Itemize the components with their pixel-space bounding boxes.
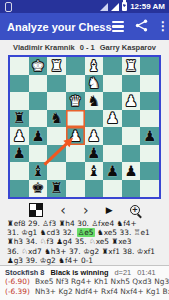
engine-eval-2: (-6.39) — [5, 287, 30, 296]
prev-move-icon[interactable]: ‹ — [60, 204, 66, 216]
square-c2[interactable] — [103, 75, 122, 93]
app-title: Analyze your Chess — [7, 21, 112, 33]
moves-list-icon[interactable] — [112, 21, 124, 32]
square-a2[interactable] — [140, 75, 159, 93]
engine-name: Stockfish 8 — [5, 268, 44, 277]
move-line-3: ♜h334.♘f3♟g435.♘xe5♜xe3 — [7, 237, 169, 246]
move-line-2: 31.♔g1♞cd332.♙e5♞xe533.♖e1 — [7, 228, 169, 237]
black-pawn: ♟ — [13, 146, 26, 161]
game-result: 0 - 1 — [80, 43, 95, 52]
move-token[interactable]: 32. — [62, 228, 74, 237]
square-d3[interactable]: ♞ — [85, 92, 104, 110]
move-token[interactable]: ♔g2 — [83, 247, 99, 256]
move-token[interactable]: 30. — [77, 219, 89, 228]
square-f2[interactable] — [47, 75, 66, 93]
square-f1[interactable]: ♜ — [47, 57, 66, 75]
square-f7[interactable] — [47, 162, 66, 180]
engine-eval-1: (-6.90) — [5, 277, 30, 286]
move-token[interactable]: ♞f4+ — [117, 219, 137, 228]
white-pawn: ♟ — [69, 129, 82, 144]
square-g8[interactable]: ♚ — [29, 180, 48, 198]
square-f3[interactable] — [47, 92, 66, 110]
move-token[interactable]: 38. — [123, 247, 135, 256]
black-rook: ♜ — [13, 111, 26, 126]
board-nav-bar: ‹ › ▶ + — [0, 201, 169, 219]
square-c8[interactable] — [103, 180, 122, 198]
white-pawn: ♟ — [13, 129, 26, 144]
square-h6[interactable]: ♟ — [10, 145, 29, 163]
square-a6[interactable] — [140, 145, 159, 163]
overflow-menu-icon[interactable]: ⋮ — [157, 21, 163, 32]
square-f5[interactable] — [47, 127, 66, 145]
square-c5[interactable] — [103, 127, 122, 145]
square-e7[interactable] — [66, 162, 85, 180]
move-token[interactable]: ♘xe5 — [89, 237, 109, 246]
chess-board-frame: ♚♜♝♜♞♛♞♟♜♞♟♟♟♟♟♟♟♟♝♝♟♟♚♜ — [8, 55, 161, 199]
black-pawn: ♟ — [31, 129, 44, 144]
black-pawn: ♟ — [125, 164, 138, 179]
black-pawn: ♟ — [106, 164, 119, 179]
square-d1[interactable]: ♝ — [85, 57, 104, 75]
engine-status-line: Stockfish 8 Black is winning d=21 01:41 — [5, 268, 169, 277]
black-bishop: ♝ — [87, 164, 100, 179]
move-token[interactable]: ♟g4 — [56, 237, 72, 246]
square-g6[interactable] — [29, 145, 48, 163]
zoom-analyze-icon[interactable]: + — [130, 205, 140, 215]
signal-icon — [111, 3, 119, 11]
square-b3[interactable]: ♟ — [122, 92, 141, 110]
square-a7[interactable] — [140, 162, 159, 180]
square-b5[interactable] — [122, 127, 141, 145]
square-a5[interactable]: ♟ — [140, 127, 159, 145]
square-c4[interactable]: ♟ — [103, 110, 122, 128]
square-h4[interactable]: ♜ — [10, 110, 29, 128]
status-bar: 12:59 AM — [0, 0, 169, 13]
notification-icon — [5, 2, 12, 12]
move-token[interactable]: ♖e1 — [134, 228, 150, 237]
move-token[interactable]: ♜h3 — [7, 237, 23, 246]
move-token[interactable]: ♟g3 — [7, 256, 23, 265]
move-token[interactable]: ♞cd3 — [40, 228, 60, 237]
square-c7[interactable]: ♟ — [103, 162, 122, 180]
square-e4[interactable] — [66, 110, 85, 128]
chess-board[interactable]: ♚♜♝♜♞♛♞♟♜♞♟♟♟♟♟♟♟♟♝♝♟♟♚♜ — [10, 57, 159, 197]
move-token[interactable]: 34. — [26, 237, 38, 246]
black-knight: ♞ — [87, 94, 100, 109]
move-token[interactable]: ♔xf1 — [137, 247, 155, 256]
move-list: ♜ef829.♙f3♜h430.♙fxe4♞f4+31.♔g1♞cd332.♙e… — [0, 219, 169, 265]
square-h3[interactable] — [10, 92, 29, 110]
engine-time: 01:41 — [137, 268, 156, 277]
wifi-icon — [100, 3, 108, 11]
square-e5[interactable]: ♟ — [66, 127, 85, 145]
move-token[interactable]: ♜xf1 — [102, 247, 120, 256]
engine-verdict: Black is winning — [51, 268, 109, 277]
square-b2[interactable] — [122, 75, 141, 93]
square-g3[interactable] — [29, 92, 48, 110]
square-d6[interactable]: ♟ — [85, 145, 104, 163]
move-token[interactable]: 37. — [69, 247, 81, 256]
share-icon[interactable] — [135, 18, 148, 36]
black-king: ♚ — [31, 181, 44, 196]
white-pawn: ♟ — [125, 94, 138, 109]
square-b8[interactable] — [122, 180, 141, 198]
square-a1[interactable] — [140, 57, 159, 75]
black-bishop: ♝ — [31, 164, 44, 179]
engine-pv-2: Nh3+ Kg2 Ndf4+ Rxf4 Nxf4+ Kg1 Bxe5 Nf3 — [35, 287, 169, 296]
square-g5[interactable]: ♟ — [29, 127, 48, 145]
move-token[interactable]: ♞xe5 — [97, 228, 117, 237]
move-line-5: ♟g339.♔g2♞f4+0-1 — [7, 256, 169, 265]
white-pawn: ♟ — [87, 129, 100, 144]
square-h2[interactable] — [10, 75, 29, 93]
square-b6[interactable] — [122, 145, 141, 163]
square-f6[interactable] — [47, 145, 66, 163]
move-token[interactable]: ♙f3 — [42, 219, 56, 228]
square-d5[interactable]: ♟ — [85, 127, 104, 145]
white-king: ♚ — [31, 59, 44, 74]
square-f4[interactable]: ♞ — [47, 110, 66, 128]
white-player-name: Vladimir Kramnik — [13, 43, 75, 52]
square-f8[interactable]: ♜ — [47, 180, 66, 198]
move-token[interactable]: 33. — [120, 228, 132, 237]
black-knight: ♞ — [50, 111, 63, 126]
engine-line-2[interactable]: (-6.39) Nh3+ Kg2 Ndf4+ Rxf4 Nxf4+ Kg1 Bx… — [5, 287, 169, 296]
square-e8[interactable] — [66, 180, 85, 198]
square-h8[interactable] — [10, 180, 29, 198]
square-c6[interactable] — [103, 145, 122, 163]
white-bishop: ♝ — [87, 59, 100, 74]
move-token[interactable]: 35. — [75, 237, 87, 246]
move-token[interactable]: ♜xe3 — [112, 237, 132, 246]
square-b1[interactable]: ♜ — [122, 57, 141, 75]
move-token[interactable]: 0-1 — [81, 256, 93, 265]
square-a3[interactable] — [140, 92, 159, 110]
move-token[interactable]: ♔g2 — [40, 256, 56, 265]
app-bar: Analyze your Chess ⋮ — [0, 13, 169, 40]
move-token[interactable]: 36. — [7, 247, 19, 256]
board-thumb-icon[interactable] — [29, 203, 43, 217]
move-token[interactable]: ♙fxe4 — [91, 219, 114, 228]
black-player-name: Garry Kasparov — [100, 43, 156, 52]
black-pawn: ♟ — [87, 146, 100, 161]
move-line-1: ♜ef829.♙f3♜h430.♙fxe4♞f4+ — [7, 219, 169, 228]
move-token[interactable]: ♜h4 — [59, 219, 75, 228]
square-a4[interactable] — [140, 110, 159, 128]
current-move[interactable]: ♙e5 — [77, 228, 95, 237]
square-g2[interactable] — [29, 75, 48, 93]
move-token[interactable]: 31. — [7, 228, 19, 237]
move-token[interactable]: ♔g1 — [21, 228, 37, 237]
white-knight: ♞ — [87, 76, 100, 91]
engine-pv-1: Bxe5 Nf3 Rg4+ Kh1 Nxh5 Qxd3 Ng3+ Kg2 N — [35, 277, 169, 286]
square-d4[interactable] — [85, 110, 104, 128]
square-g4[interactable] — [29, 110, 48, 128]
square-g1[interactable]: ♚ — [29, 57, 48, 75]
square-a8[interactable] — [140, 180, 159, 198]
square-b4[interactable] — [122, 110, 141, 128]
move-token[interactable]: ♘xd7 — [21, 247, 41, 256]
square-d8[interactable] — [85, 180, 104, 198]
players-bar: Vladimir Kramnik 0 - 1 Garry Kasparov — [0, 40, 169, 55]
square-c1[interactable] — [103, 57, 122, 75]
square-h7[interactable] — [10, 162, 29, 180]
black-rook: ♜ — [50, 181, 63, 196]
engine-depth: d=21 — [114, 268, 131, 277]
white-pawn: ♟ — [106, 111, 119, 126]
white-rook: ♜ — [125, 59, 138, 74]
square-e3[interactable]: ♛ — [66, 92, 85, 110]
square-d7[interactable]: ♝ — [85, 162, 104, 180]
move-token[interactable]: 39. — [26, 256, 38, 265]
move-token[interactable]: ♞h3+ — [44, 247, 66, 256]
square-e1[interactable] — [66, 57, 85, 75]
engine-panel[interactable]: Stockfish 8 Black is winning d=21 01:41 … — [0, 265, 169, 300]
status-time: 12:59 AM — [130, 2, 165, 11]
square-c3[interactable] — [103, 92, 122, 110]
move-token[interactable]: ♜ef8 — [7, 219, 25, 228]
square-h1[interactable] — [10, 57, 29, 75]
white-rook: ♜ — [50, 59, 63, 74]
move-token[interactable]: ♘f3 — [40, 237, 54, 246]
square-h5[interactable]: ♟ — [10, 127, 29, 145]
engine-line-1[interactable]: (-6.90) Bxe5 Nf3 Rg4+ Kh1 Nxh5 Qxd3 Ng3+… — [5, 277, 169, 286]
square-d2[interactable]: ♞ — [85, 75, 104, 93]
square-g7[interactable]: ♝ — [29, 162, 48, 180]
next-move-icon[interactable]: › — [83, 204, 89, 216]
battery-icon — [122, 2, 127, 11]
white-queen: ♛ — [69, 94, 82, 109]
square-b7[interactable]: ♟ — [122, 162, 141, 180]
black-pawn: ♟ — [143, 129, 156, 144]
move-token[interactable]: ♞f4+ — [58, 256, 78, 265]
play-icon[interactable]: ▶ — [106, 205, 113, 215]
square-e2[interactable] — [66, 75, 85, 93]
move-line-4: 36.♘xd7♞h3+37.♔g2♜xf138.♔xf1 — [7, 247, 169, 256]
move-token[interactable]: 29. — [28, 219, 40, 228]
square-e6[interactable] — [66, 145, 85, 163]
